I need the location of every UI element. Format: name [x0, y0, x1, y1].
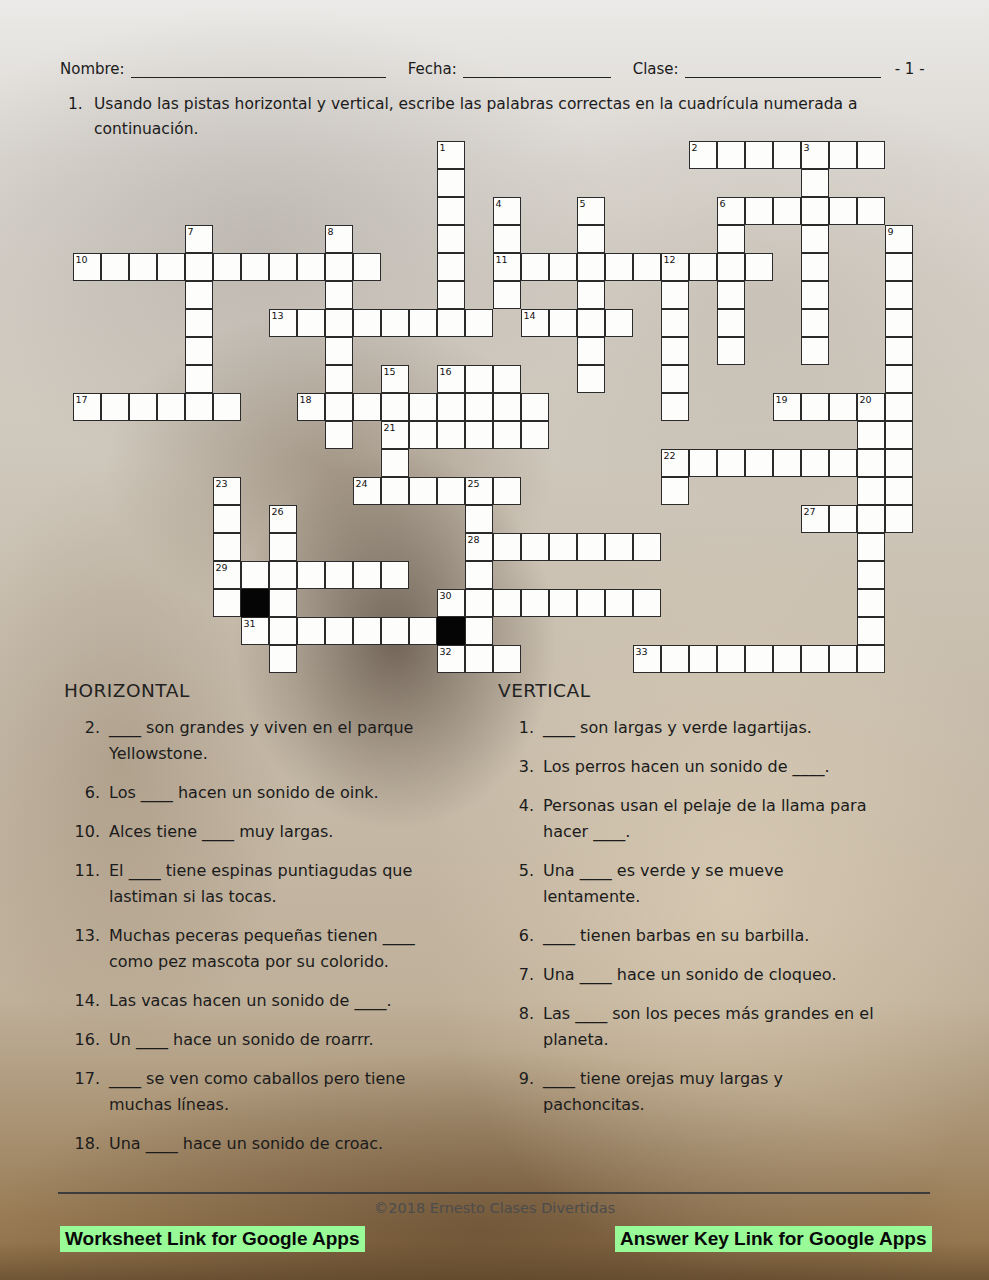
clue-text: Una ____ hace un sonido de cloqueo. [543, 962, 836, 988]
grid-cell[interactable] [801, 645, 829, 673]
grid-cell[interactable] [857, 141, 885, 169]
grid-cell[interactable]: 32 [437, 645, 465, 673]
grid-cell[interactable] [717, 225, 745, 253]
grid-cell-empty [521, 449, 549, 477]
grid-cell[interactable] [465, 421, 493, 449]
grid-cell-empty [577, 141, 605, 169]
grid-cell[interactable]: 4 [493, 197, 521, 225]
grid-cell[interactable] [409, 309, 437, 337]
grid-cell[interactable]: 31 [241, 617, 269, 645]
grid-cell[interactable] [325, 337, 353, 365]
grid-cell[interactable] [353, 309, 381, 337]
grid-cell[interactable] [885, 477, 913, 505]
grid-cell[interactable]: 2 [689, 141, 717, 169]
grid-cell-empty [829, 589, 857, 617]
grid-cell[interactable] [661, 477, 689, 505]
grid-cell-empty [493, 309, 521, 337]
grid-cell[interactable]: 18 [297, 393, 325, 421]
grid-cell[interactable] [661, 393, 689, 421]
grid-cell[interactable] [801, 309, 829, 337]
grid-cell-empty [661, 617, 689, 645]
grid-cell[interactable] [493, 393, 521, 421]
grid-cell-empty [381, 141, 409, 169]
grid-cell[interactable]: 21 [381, 421, 409, 449]
clue-number: 7. [498, 962, 543, 988]
grid-cell[interactable] [493, 477, 521, 505]
grid-cell[interactable] [465, 393, 493, 421]
grid-cell-empty [493, 505, 521, 533]
grid-cell-empty [213, 197, 241, 225]
grid-cell-empty [241, 645, 269, 673]
grid-cell[interactable] [829, 197, 857, 225]
grid-cell[interactable] [521, 533, 549, 561]
grid-cell[interactable] [773, 197, 801, 225]
grid-cell[interactable] [381, 393, 409, 421]
grid-cell-empty [381, 197, 409, 225]
grid-cell[interactable]: 26 [269, 505, 297, 533]
grid-cell[interactable] [185, 365, 213, 393]
worksheet-header: Nombre: Fecha: Clase: - 1 - [60, 60, 930, 78]
grid-cell[interactable] [885, 365, 913, 393]
grid-cell[interactable]: 20 [857, 393, 885, 421]
grid-cell[interactable]: 1 [437, 141, 465, 169]
grid-cell[interactable] [577, 225, 605, 253]
grid-cell[interactable] [297, 309, 325, 337]
grid-cell[interactable] [521, 393, 549, 421]
grid-cell-empty [829, 337, 857, 365]
grid-cell-empty [129, 533, 157, 561]
grid-cell[interactable] [745, 197, 773, 225]
grid-cell-empty [73, 505, 101, 533]
cell-number: 6 [720, 199, 726, 209]
grid-cell-empty [409, 505, 437, 533]
grid-cell-empty [605, 337, 633, 365]
grid-cell[interactable] [353, 253, 381, 281]
grid-cell[interactable]: 33 [633, 645, 661, 673]
grid-cell[interactable] [577, 365, 605, 393]
grid-cell-empty [661, 589, 689, 617]
grid-cell[interactable] [325, 617, 353, 645]
grid-cell-empty [297, 141, 325, 169]
grid-cell-empty [829, 169, 857, 197]
cell-number: 11 [496, 255, 508, 265]
grid-cell-empty [689, 617, 717, 645]
worksheet-link[interactable]: Worksheet Link for Google Apps [60, 1226, 365, 1252]
grid-cell[interactable] [129, 253, 157, 281]
clue-text: Una ____ es verde y se mueve lentamente. [543, 858, 784, 910]
grid-cell[interactable] [745, 449, 773, 477]
grid-cell[interactable]: 13 [269, 309, 297, 337]
grid-cell[interactable]: 3 [801, 141, 829, 169]
grid-cell-empty [437, 533, 465, 561]
grid-cell[interactable] [577, 281, 605, 309]
grid-cell[interactable] [633, 589, 661, 617]
answer-key-link[interactable]: Answer Key Link for Google Apps [615, 1226, 932, 1252]
grid-cell-empty [213, 365, 241, 393]
grid-cell-empty [185, 421, 213, 449]
grid-cell-empty [745, 421, 773, 449]
grid-cell[interactable] [577, 533, 605, 561]
grid-cell[interactable]: 16 [437, 365, 465, 393]
clue-text: ____ se ven como caballos pero tiene muc… [109, 1066, 405, 1118]
grid-cell-empty [241, 505, 269, 533]
grid-cell[interactable] [689, 253, 717, 281]
grid-cell[interactable] [241, 253, 269, 281]
grid-cell-empty [157, 337, 185, 365]
grid-cell[interactable] [493, 533, 521, 561]
grid-cell[interactable] [465, 617, 493, 645]
grid-cell-empty [269, 477, 297, 505]
grid-cell-empty [549, 477, 577, 505]
grid-cell-empty [577, 477, 605, 505]
grid-cell[interactable] [773, 141, 801, 169]
grid-cell-empty [465, 449, 493, 477]
grid-cell[interactable] [745, 645, 773, 673]
grid-cell[interactable] [409, 421, 437, 449]
grid-cell[interactable] [885, 449, 913, 477]
grid-cell[interactable] [745, 253, 773, 281]
grid-cell[interactable] [269, 253, 297, 281]
grid-cell-empty [717, 561, 745, 589]
grid-cell[interactable] [857, 477, 885, 505]
grid-cell-empty [745, 477, 773, 505]
grid-cell[interactable]: 27 [801, 505, 829, 533]
grid-cell-empty [325, 533, 353, 561]
grid-cell[interactable] [661, 309, 689, 337]
grid-cell[interactable] [661, 365, 689, 393]
grid-cell[interactable] [297, 617, 325, 645]
grid-cell[interactable] [717, 337, 745, 365]
grid-cell[interactable] [381, 617, 409, 645]
grid-cell[interactable]: 6 [717, 197, 745, 225]
grid-cell-empty [353, 337, 381, 365]
grid-cell-empty [101, 309, 129, 337]
grid-cell[interactable] [325, 281, 353, 309]
grid-cell[interactable] [521, 253, 549, 281]
grid-cell[interactable] [521, 421, 549, 449]
clue-item: 17.____ se ven como caballos pero tiene … [64, 1066, 504, 1118]
grid-cell[interactable]: 15 [381, 365, 409, 393]
grid-cell[interactable] [381, 561, 409, 589]
grid-cell-empty [297, 505, 325, 533]
grid-cell[interactable] [577, 253, 605, 281]
grid-cell[interactable]: 10 [73, 253, 101, 281]
grid-cell[interactable]: 9 [885, 225, 913, 253]
grid-cell[interactable] [801, 281, 829, 309]
grid-cell[interactable] [857, 449, 885, 477]
grid-cell-empty [157, 449, 185, 477]
grid-cell[interactable]: 25 [465, 477, 493, 505]
grid-cell[interactable] [857, 589, 885, 617]
grid-cell[interactable] [437, 253, 465, 281]
grid-cell[interactable] [717, 449, 745, 477]
grid-cell[interactable] [437, 421, 465, 449]
grid-cell-empty [829, 617, 857, 645]
grid-cell[interactable] [717, 141, 745, 169]
grid-cell[interactable] [801, 225, 829, 253]
grid-cell-empty [465, 281, 493, 309]
grid-cell-empty [633, 281, 661, 309]
grid-cell-empty [157, 533, 185, 561]
grid-cell[interactable]: 19 [773, 393, 801, 421]
grid-cell[interactable] [689, 449, 717, 477]
grid-cell[interactable] [129, 393, 157, 421]
grid-cell[interactable] [409, 477, 437, 505]
grid-cell-empty [829, 561, 857, 589]
grid-cell[interactable] [829, 645, 857, 673]
grid-cell[interactable] [549, 253, 577, 281]
grid-cell[interactable] [325, 365, 353, 393]
grid-cell[interactable]: 8 [325, 225, 353, 253]
grid-cell[interactable] [185, 309, 213, 337]
grid-cell[interactable] [437, 477, 465, 505]
grid-cell-empty [241, 533, 269, 561]
clue-item: 5.Una ____ es verde y se mueve lentament… [498, 858, 938, 910]
grid-cell[interactable] [885, 253, 913, 281]
grid-cell[interactable]: 24 [353, 477, 381, 505]
grid-cell-empty [661, 225, 689, 253]
grid-cell[interactable] [213, 253, 241, 281]
grid-cell-empty [185, 561, 213, 589]
grid-cell[interactable] [885, 337, 913, 365]
grid-cell-empty [549, 617, 577, 645]
grid-cell[interactable] [801, 393, 829, 421]
grid-cell[interactable] [829, 393, 857, 421]
cell-number: 3 [804, 143, 810, 153]
grid-cell[interactable] [801, 197, 829, 225]
clue-number: 14. [64, 988, 109, 1014]
grid-cell[interactable] [437, 281, 465, 309]
grid-cell[interactable] [633, 253, 661, 281]
grid-cell-empty [773, 505, 801, 533]
grid-cell[interactable] [185, 337, 213, 365]
grid-cell[interactable] [885, 309, 913, 337]
grid-cell-empty [745, 309, 773, 337]
grid-cell[interactable] [801, 337, 829, 365]
grid-cell[interactable] [577, 337, 605, 365]
grid-cell[interactable] [325, 309, 353, 337]
grid-cell[interactable] [325, 253, 353, 281]
grid-cell[interactable] [605, 253, 633, 281]
grid-cell-empty [73, 225, 101, 253]
grid-cell-empty [409, 253, 437, 281]
grid-cell[interactable] [857, 617, 885, 645]
grid-cell-empty [633, 505, 661, 533]
grid-cell[interactable] [465, 589, 493, 617]
grid-cell[interactable] [493, 645, 521, 673]
grid-cell[interactable] [157, 253, 185, 281]
grid-cell[interactable] [269, 533, 297, 561]
grid-cell[interactable] [717, 281, 745, 309]
grid-cell[interactable]: 30 [437, 589, 465, 617]
grid-cell[interactable] [745, 141, 773, 169]
grid-cell[interactable]: 22 [661, 449, 689, 477]
grid-cell-empty [213, 645, 241, 673]
clue-number: 10. [64, 819, 109, 845]
grid-cell[interactable] [213, 533, 241, 561]
grid-cell[interactable]: 12 [661, 253, 689, 281]
grid-cell[interactable] [269, 617, 297, 645]
grid-cell[interactable] [773, 449, 801, 477]
grid-cell[interactable]: 11 [493, 253, 521, 281]
grid-cell[interactable] [465, 645, 493, 673]
grid-cell[interactable] [213, 589, 241, 617]
grid-cell[interactable] [829, 141, 857, 169]
grid-cell[interactable] [773, 645, 801, 673]
grid-cell-empty [857, 169, 885, 197]
grid-cell-empty [157, 281, 185, 309]
grid-cell[interactable] [213, 505, 241, 533]
grid-cell[interactable] [353, 617, 381, 645]
clue-number: 16. [64, 1027, 109, 1053]
grid-cell-empty [885, 533, 913, 561]
grid-cell[interactable]: 17 [73, 393, 101, 421]
grid-cell-empty [241, 393, 269, 421]
grid-cell[interactable] [437, 169, 465, 197]
grid-cell-empty [297, 365, 325, 393]
grid-cell[interactable] [857, 645, 885, 673]
grid-cell-empty [129, 141, 157, 169]
grid-cell-empty [605, 393, 633, 421]
grid-cell[interactable] [689, 645, 717, 673]
grid-cell[interactable] [465, 561, 493, 589]
grid-cell[interactable] [857, 561, 885, 589]
grid-cell[interactable] [353, 393, 381, 421]
grid-cell[interactable] [605, 589, 633, 617]
grid-cell[interactable] [885, 281, 913, 309]
grid-cell[interactable]: 29 [213, 561, 241, 589]
grid-cell[interactable] [381, 477, 409, 505]
clue-text: Las vacas hacen un sonido de ____. [109, 988, 392, 1014]
grid-cell[interactable] [885, 421, 913, 449]
grid-cell[interactable] [465, 309, 493, 337]
grid-cell[interactable] [577, 589, 605, 617]
grid-cell[interactable]: 14 [521, 309, 549, 337]
grid-cell[interactable] [857, 421, 885, 449]
grid-cell[interactable] [269, 561, 297, 589]
grid-cell[interactable] [493, 589, 521, 617]
grid-cell[interactable] [829, 449, 857, 477]
grid-cell[interactable] [213, 393, 241, 421]
grid-cell[interactable] [605, 533, 633, 561]
grid-cell[interactable] [857, 533, 885, 561]
grid-cell-empty [605, 169, 633, 197]
grid-cell[interactable] [353, 561, 381, 589]
grid-cell[interactable] [493, 225, 521, 253]
grid-cell[interactable] [241, 561, 269, 589]
grid-cell[interactable] [717, 253, 745, 281]
grid-cell[interactable] [157, 393, 185, 421]
grid-cell-empty [745, 505, 773, 533]
grid-cell[interactable] [549, 533, 577, 561]
grid-cell[interactable] [717, 645, 745, 673]
grid-cell[interactable] [717, 309, 745, 337]
grid-cell-empty [717, 169, 745, 197]
grid-cell-empty [577, 617, 605, 645]
grid-cell[interactable] [101, 393, 129, 421]
grid-cell-empty [717, 477, 745, 505]
grid-cell[interactable] [409, 393, 437, 421]
grid-cell-empty [773, 589, 801, 617]
grid-cell[interactable]: 7 [185, 225, 213, 253]
grid-cell[interactable] [437, 309, 465, 337]
grid-cell[interactable] [409, 617, 437, 645]
grid-cell-empty [745, 281, 773, 309]
grid-cell-empty [185, 197, 213, 225]
grid-cell[interactable] [185, 253, 213, 281]
grid-cell[interactable] [829, 505, 857, 533]
grid-cell[interactable] [633, 533, 661, 561]
grid-cell[interactable] [465, 505, 493, 533]
grid-cell[interactable] [857, 505, 885, 533]
grid-cell[interactable] [101, 253, 129, 281]
grid-cell-empty [633, 365, 661, 393]
grid-cell[interactable] [269, 645, 297, 673]
grid-cell[interactable] [661, 337, 689, 365]
grid-cell[interactable] [549, 309, 577, 337]
grid-cell[interactable] [185, 393, 213, 421]
grid-cell[interactable] [801, 449, 829, 477]
grid-cell-empty [213, 309, 241, 337]
grid-cell[interactable] [437, 225, 465, 253]
grid-cell[interactable] [605, 309, 633, 337]
grid-cell-empty [521, 197, 549, 225]
grid-cell-empty [241, 281, 269, 309]
grid-cell[interactable] [269, 589, 297, 617]
grid-cell[interactable] [801, 253, 829, 281]
grid-cell[interactable] [325, 561, 353, 589]
grid-cell[interactable] [521, 589, 549, 617]
grid-cell[interactable] [885, 393, 913, 421]
grid-cell-empty [101, 617, 129, 645]
grid-cell[interactable] [493, 421, 521, 449]
grid-cell-empty [409, 561, 437, 589]
grid-cell[interactable] [437, 197, 465, 225]
grid-cell[interactable] [577, 309, 605, 337]
grid-cell[interactable] [297, 561, 325, 589]
grid-cell[interactable] [493, 365, 521, 393]
instruction-text: Usando las pistas horizontal y vertical,… [94, 92, 868, 142]
grid-cell-empty [129, 337, 157, 365]
vertical-clue-list: 1.____ son largas y verde lagartijas.3.L… [498, 715, 938, 1118]
footer-divider [58, 1192, 930, 1194]
grid-cell-empty [297, 589, 325, 617]
grid-cell[interactable] [381, 309, 409, 337]
grid-cell[interactable] [465, 365, 493, 393]
grid-cell[interactable] [857, 197, 885, 225]
grid-cell[interactable] [325, 393, 353, 421]
grid-cell[interactable] [661, 645, 689, 673]
grid-cell[interactable] [885, 505, 913, 533]
grid-cell[interactable] [437, 393, 465, 421]
cell-number: 31 [244, 619, 256, 629]
grid-cell[interactable] [381, 449, 409, 477]
grid-cell-empty [73, 449, 101, 477]
grid-cell-empty [633, 169, 661, 197]
grid-cell[interactable] [325, 421, 353, 449]
grid-cell[interactable] [185, 281, 213, 309]
grid-cell[interactable] [661, 281, 689, 309]
grid-cell[interactable]: 5 [577, 197, 605, 225]
grid-cell-empty [577, 169, 605, 197]
grid-cell[interactable] [493, 281, 521, 309]
grid-cell[interactable]: 23 [213, 477, 241, 505]
grid-cell[interactable] [801, 169, 829, 197]
clue-number: 3. [498, 754, 543, 780]
grid-cell[interactable]: 28 [465, 533, 493, 561]
grid-cell[interactable] [297, 253, 325, 281]
grid-cell[interactable] [549, 589, 577, 617]
